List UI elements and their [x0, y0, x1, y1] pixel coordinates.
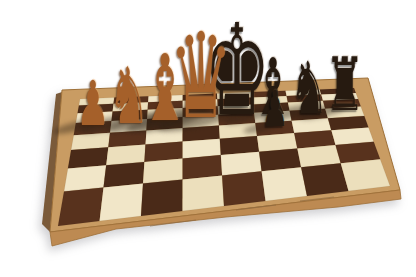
chess-set-photo: ♜♞♝♚♛♝♞♟♟: [0, 0, 416, 277]
square-a2: [64, 165, 106, 191]
square-d1: [183, 175, 225, 211]
square-e1: [222, 171, 265, 206]
square-c1: [141, 179, 183, 216]
square-g1: [301, 163, 348, 196]
chess-board: [0, 0, 416, 277]
square-a1: [58, 187, 104, 226]
square-b2: [104, 162, 145, 188]
square-c2: [143, 159, 183, 184]
square-f1: [262, 167, 307, 201]
square-b1: [100, 183, 144, 221]
